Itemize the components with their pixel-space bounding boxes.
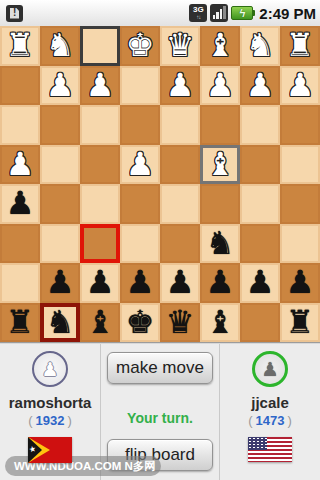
status-bar-right: 3G ↑↓ ϟ 2:49 PM xyxy=(189,4,316,22)
data-arrows-icon: ↑↓ xyxy=(196,14,200,20)
white-knight: ♞ xyxy=(40,26,80,66)
paren-open: ( xyxy=(28,413,32,428)
black-pawn: ♟ xyxy=(40,263,80,303)
square-g3[interactable] xyxy=(40,105,80,145)
square-d8[interactable]: ♛ xyxy=(160,303,200,343)
square-b5[interactable] xyxy=(240,184,280,224)
black-bishop: ♝ xyxy=(80,303,120,343)
white-player-rating: (1932) xyxy=(28,413,72,428)
square-g2[interactable]: ♟ xyxy=(40,66,80,106)
white-pawn: ♟ xyxy=(80,66,120,106)
white-pawn: ♟ xyxy=(160,66,200,106)
sim-warning-icon xyxy=(6,5,23,22)
white-pawn: ♟ xyxy=(240,66,280,106)
black-rook: ♜ xyxy=(0,303,40,343)
black-rook: ♜ xyxy=(280,303,320,343)
status-bar: 3G ↑↓ ϟ 2:49 PM xyxy=(0,0,320,26)
square-g6[interactable] xyxy=(40,224,80,264)
black-pawn: ♟ xyxy=(240,263,280,303)
square-g7[interactable]: ♟ xyxy=(40,263,80,303)
game-info-panel: ♟ ramoshorta (1932) ★ make move Your tur… xyxy=(0,344,320,480)
square-d5[interactable] xyxy=(160,184,200,224)
square-b7[interactable]: ♟ xyxy=(240,263,280,303)
square-f1[interactable] xyxy=(80,26,120,66)
black-pawn: ♟ xyxy=(80,263,120,303)
square-a5[interactable] xyxy=(280,184,320,224)
square-h4[interactable]: ♟ xyxy=(0,145,40,185)
paren-close: ) xyxy=(287,413,291,428)
black-player-rating: (1473) xyxy=(248,413,292,428)
flag-star-icon: ★ xyxy=(28,445,37,454)
paren-open: ( xyxy=(248,413,252,428)
white-player-name: ramoshorta xyxy=(9,394,92,411)
black-knight: ♞ xyxy=(40,303,80,343)
white-king: ♚ xyxy=(120,26,160,66)
square-b2[interactable]: ♟ xyxy=(240,66,280,106)
lightning-bolt-icon: ϟ xyxy=(239,8,245,19)
square-e2[interactable] xyxy=(120,66,160,106)
black-pawn: ♟ xyxy=(120,263,160,303)
black-pawn: ♟ xyxy=(200,263,240,303)
white-knight: ♞ xyxy=(240,26,280,66)
square-f7[interactable]: ♟ xyxy=(80,263,120,303)
white-bishop: ♝ xyxy=(200,26,240,66)
square-d7[interactable]: ♟ xyxy=(160,263,200,303)
square-b4[interactable] xyxy=(240,145,280,185)
square-f3[interactable] xyxy=(80,105,120,145)
square-a6[interactable] xyxy=(280,224,320,264)
square-f8[interactable]: ♝ xyxy=(80,303,120,343)
square-d4[interactable] xyxy=(160,145,200,185)
square-h7[interactable] xyxy=(0,263,40,303)
phone-screen: 3G ↑↓ ϟ 2:49 PM ♜♞♚♛♝♞♜♟♟♟♟♟♟♟♟♝♟♞♟♟♟♟♟♟… xyxy=(0,0,320,480)
flag-usa xyxy=(248,437,292,462)
square-a2[interactable]: ♟ xyxy=(280,66,320,106)
white-pawn: ♟ xyxy=(120,145,160,185)
white-queen: ♛ xyxy=(160,26,200,66)
mobile-data-3g-icon: 3G ↑↓ xyxy=(189,4,207,22)
square-a7[interactable]: ♟ xyxy=(280,263,320,303)
white-rook: ♜ xyxy=(280,26,320,66)
square-a3[interactable] xyxy=(280,105,320,145)
square-e5[interactable] xyxy=(120,184,160,224)
black-knight: ♞ xyxy=(200,224,240,264)
white-pawn-avatar-icon: ♟ xyxy=(41,360,58,379)
square-b3[interactable] xyxy=(240,105,280,145)
square-c8[interactable]: ♝ xyxy=(200,303,240,343)
square-c2[interactable]: ♟ xyxy=(200,66,240,106)
black-pawn-avatar-icon: ♟ xyxy=(261,360,278,379)
flag-usa-canton xyxy=(248,437,267,450)
white-pawn: ♟ xyxy=(40,66,80,106)
make-move-button[interactable]: make move xyxy=(107,352,213,384)
paren-close: ) xyxy=(67,413,71,428)
square-c1[interactable]: ♝ xyxy=(200,26,240,66)
clock: 2:49 PM xyxy=(259,5,316,22)
square-h1[interactable]: ♜ xyxy=(0,26,40,66)
square-c5[interactable] xyxy=(200,184,240,224)
white-pawn: ♟ xyxy=(0,145,40,185)
flag-east-timor: ★ xyxy=(28,437,72,463)
black-bishop: ♝ xyxy=(200,303,240,343)
square-d6[interactable] xyxy=(160,224,200,264)
square-a8[interactable]: ♜ xyxy=(280,303,320,343)
square-f5[interactable] xyxy=(80,184,120,224)
square-h3[interactable] xyxy=(0,105,40,145)
turn-status: Your turn. xyxy=(127,410,193,426)
square-b1[interactable]: ♞ xyxy=(240,26,280,66)
square-e6[interactable] xyxy=(120,224,160,264)
white-pawn: ♟ xyxy=(280,66,320,106)
square-e1[interactable]: ♚ xyxy=(120,26,160,66)
white-player-avatar[interactable]: ♟ xyxy=(32,351,68,387)
square-d2[interactable]: ♟ xyxy=(160,66,200,106)
square-f2[interactable]: ♟ xyxy=(80,66,120,106)
black-player-name: jjcale xyxy=(251,394,289,411)
square-a1[interactable]: ♜ xyxy=(280,26,320,66)
player-black-panel: ♟ jjcale (1473) xyxy=(220,344,320,480)
battery-charging-icon: ϟ xyxy=(231,6,253,20)
square-h6[interactable] xyxy=(0,224,40,264)
white-pawn: ♟ xyxy=(200,66,240,106)
square-a4[interactable] xyxy=(280,145,320,185)
black-player-avatar[interactable]: ♟ xyxy=(252,351,288,387)
white-rook: ♜ xyxy=(0,26,40,66)
network-type-label: 3G xyxy=(193,6,204,14)
white-bishop: ♝ xyxy=(200,145,240,185)
square-h8[interactable]: ♜ xyxy=(0,303,40,343)
black-pawn: ♟ xyxy=(160,263,200,303)
square-d3[interactable] xyxy=(160,105,200,145)
square-e7[interactable]: ♟ xyxy=(120,263,160,303)
square-g5[interactable] xyxy=(40,184,80,224)
square-d1[interactable]: ♛ xyxy=(160,26,200,66)
square-e8[interactable]: ♚ xyxy=(120,303,160,343)
square-f6[interactable] xyxy=(80,224,120,264)
square-h2[interactable] xyxy=(0,66,40,106)
black-pawn: ♟ xyxy=(0,184,40,224)
chess-board: ♜♞♚♛♝♞♜♟♟♟♟♟♟♟♟♝♟♞♟♟♟♟♟♟♟♜♞♝♚♛♝♜ xyxy=(0,26,320,342)
square-c7[interactable]: ♟ xyxy=(200,263,240,303)
square-c4[interactable]: ♝ xyxy=(200,145,240,185)
square-e4[interactable]: ♟ xyxy=(120,145,160,185)
square-h5[interactable]: ♟ xyxy=(0,184,40,224)
square-b8[interactable] xyxy=(240,303,280,343)
square-b6[interactable] xyxy=(240,224,280,264)
square-f4[interactable] xyxy=(80,145,120,185)
signal-strength-icon xyxy=(210,4,228,22)
white-rating-value: 1932 xyxy=(36,413,65,428)
square-g4[interactable] xyxy=(40,145,80,185)
black-rating-value: 1473 xyxy=(256,413,285,428)
square-c3[interactable] xyxy=(200,105,240,145)
black-pawn: ♟ xyxy=(280,263,320,303)
square-g8[interactable]: ♞ xyxy=(40,303,80,343)
black-queen: ♛ xyxy=(160,303,200,343)
square-e3[interactable] xyxy=(120,105,160,145)
black-king: ♚ xyxy=(120,303,160,343)
square-c6[interactable]: ♞ xyxy=(200,224,240,264)
square-g1[interactable]: ♞ xyxy=(40,26,80,66)
